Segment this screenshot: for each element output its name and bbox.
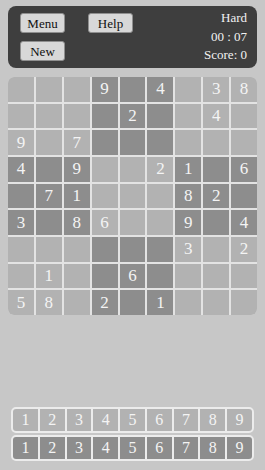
cell-r2c6[interactable] bbox=[147, 104, 173, 129]
cell-r2c5[interactable]: 2 bbox=[120, 104, 146, 129]
numpad-dark-key-6[interactable]: 6 bbox=[147, 437, 172, 459]
cell-r3c2[interactable] bbox=[36, 130, 62, 155]
cell-r9c8[interactable] bbox=[203, 290, 229, 315]
cell-r9c1[interactable]: 5 bbox=[8, 290, 34, 315]
cell-r9c4[interactable]: 2 bbox=[92, 290, 118, 315]
numpad-dark-key-4[interactable]: 4 bbox=[93, 437, 118, 459]
difficulty-label: Hard bbox=[221, 11, 247, 25]
numpad-light-key-3[interactable]: 3 bbox=[67, 409, 92, 431]
cell-r1c8[interactable]: 3 bbox=[203, 77, 229, 102]
cell-r3c4[interactable] bbox=[92, 130, 118, 155]
cell-r9c7[interactable] bbox=[175, 290, 201, 315]
numpad-light-key-4[interactable]: 4 bbox=[93, 409, 118, 431]
cell-r7c2[interactable] bbox=[36, 237, 62, 262]
cell-r6c2[interactable] bbox=[36, 210, 62, 235]
numpad-dark-key-9[interactable]: 9 bbox=[227, 437, 252, 459]
numpad-light-key-2[interactable]: 2 bbox=[40, 409, 65, 431]
sudoku-board: 943824974921671823869432165821 bbox=[8, 77, 257, 315]
new-button[interactable]: New bbox=[20, 41, 65, 61]
numpad-row-dark: 123456789 bbox=[11, 435, 254, 461]
cell-r9c2[interactable]: 8 bbox=[36, 290, 62, 315]
cell-r2c4[interactable] bbox=[92, 104, 118, 129]
cell-r7c7[interactable]: 3 bbox=[175, 237, 201, 262]
cell-r1c3[interactable] bbox=[64, 77, 90, 102]
cell-r4c7[interactable]: 1 bbox=[175, 157, 201, 182]
timer: 00 : 07 bbox=[211, 30, 247, 44]
cell-r9c9[interactable] bbox=[231, 290, 257, 315]
cell-r8c6[interactable] bbox=[147, 264, 173, 289]
cell-r4c3[interactable]: 9 bbox=[64, 157, 90, 182]
cell-r4c6[interactable]: 2 bbox=[147, 157, 173, 182]
help-button[interactable]: Help bbox=[88, 13, 133, 33]
cell-r3c5[interactable] bbox=[120, 130, 146, 155]
cell-r4c2[interactable] bbox=[36, 157, 62, 182]
cell-r5c2[interactable]: 7 bbox=[36, 184, 62, 209]
cell-r7c8[interactable] bbox=[203, 237, 229, 262]
cell-r3c9[interactable] bbox=[231, 130, 257, 155]
cell-r7c1[interactable] bbox=[8, 237, 34, 262]
numpad-light-key-9[interactable]: 9 bbox=[227, 409, 252, 431]
numpad-dark-key-2[interactable]: 2 bbox=[40, 437, 65, 459]
cell-r3c8[interactable] bbox=[203, 130, 229, 155]
cell-r2c9[interactable] bbox=[231, 104, 257, 129]
cell-r2c8[interactable]: 4 bbox=[203, 104, 229, 129]
cell-r7c4[interactable] bbox=[92, 237, 118, 262]
game-info: Hard 00 : 07 Score: 0 bbox=[204, 11, 247, 62]
cell-r1c6[interactable]: 4 bbox=[147, 77, 173, 102]
cell-r9c5[interactable] bbox=[120, 290, 146, 315]
cell-r4c9[interactable]: 6 bbox=[231, 157, 257, 182]
cell-r4c4[interactable] bbox=[92, 157, 118, 182]
numpad-light-key-6[interactable]: 6 bbox=[147, 409, 172, 431]
cell-r5c8[interactable]: 2 bbox=[203, 184, 229, 209]
cell-r3c6[interactable] bbox=[147, 130, 173, 155]
cell-r2c2[interactable] bbox=[36, 104, 62, 129]
cell-r7c6[interactable] bbox=[147, 237, 173, 262]
cell-r8c9[interactable] bbox=[231, 264, 257, 289]
cell-r3c7[interactable] bbox=[175, 130, 201, 155]
cell-r6c6[interactable] bbox=[147, 210, 173, 235]
cell-r4c1[interactable]: 4 bbox=[8, 157, 34, 182]
numpad-row-light: 123456789 bbox=[11, 407, 254, 433]
cell-r3c3[interactable]: 7 bbox=[64, 130, 90, 155]
cell-r4c8[interactable] bbox=[203, 157, 229, 182]
cell-r8c4[interactable] bbox=[92, 264, 118, 289]
numpad-dark-key-8[interactable]: 8 bbox=[200, 437, 225, 459]
top-bar: Menu Help New Hard 00 : 07 Score: 0 bbox=[8, 6, 257, 68]
cell-r8c2[interactable]: 1 bbox=[36, 264, 62, 289]
cell-r1c5[interactable] bbox=[120, 77, 146, 102]
cell-r1c1[interactable] bbox=[8, 77, 34, 102]
cell-r7c3[interactable] bbox=[64, 237, 90, 262]
cell-r1c2[interactable] bbox=[36, 77, 62, 102]
numpad-dark-key-5[interactable]: 5 bbox=[120, 437, 145, 459]
cell-r2c7[interactable] bbox=[175, 104, 201, 129]
numpad-dark-key-7[interactable]: 7 bbox=[174, 437, 199, 459]
cell-r9c3[interactable] bbox=[64, 290, 90, 315]
cell-r5c4[interactable] bbox=[92, 184, 118, 209]
cell-r8c1[interactable] bbox=[8, 264, 34, 289]
cell-r9c6[interactable]: 1 bbox=[147, 290, 173, 315]
cell-r5c5[interactable] bbox=[120, 184, 146, 209]
cell-r8c5[interactable]: 6 bbox=[120, 264, 146, 289]
numpad-light-key-8[interactable]: 8 bbox=[200, 409, 225, 431]
cell-r1c4[interactable]: 9 bbox=[92, 77, 118, 102]
menu-button[interactable]: Menu bbox=[20, 13, 65, 33]
cell-r5c9[interactable] bbox=[231, 184, 257, 209]
score-label: Score: 0 bbox=[204, 48, 247, 62]
numpad-light-key-5[interactable]: 5 bbox=[120, 409, 145, 431]
cell-r6c5[interactable] bbox=[120, 210, 146, 235]
cell-r5c3[interactable]: 1 bbox=[64, 184, 90, 209]
cell-r7c9[interactable]: 2 bbox=[231, 237, 257, 262]
cell-r6c9[interactable]: 4 bbox=[231, 210, 257, 235]
cell-r4c5[interactable] bbox=[120, 157, 146, 182]
cell-r2c1[interactable] bbox=[8, 104, 34, 129]
numpad-light-key-1[interactable]: 1 bbox=[13, 409, 38, 431]
cell-r5c1[interactable] bbox=[8, 184, 34, 209]
cell-r6c8[interactable] bbox=[203, 210, 229, 235]
cell-r8c7[interactable] bbox=[175, 264, 201, 289]
cell-r2c3[interactable] bbox=[64, 104, 90, 129]
cell-r6c1[interactable]: 3 bbox=[8, 210, 34, 235]
numpad-dark-key-1[interactable]: 1 bbox=[13, 437, 38, 459]
cell-r3c1[interactable]: 9 bbox=[8, 130, 34, 155]
numpad-light-key-7[interactable]: 7 bbox=[174, 409, 199, 431]
cell-r5c6[interactable] bbox=[147, 184, 173, 209]
cell-r1c7[interactable] bbox=[175, 77, 201, 102]
cell-r6c7[interactable]: 9 bbox=[175, 210, 201, 235]
cell-r6c4[interactable]: 6 bbox=[92, 210, 118, 235]
cell-r7c5[interactable] bbox=[120, 237, 146, 262]
cell-r8c8[interactable] bbox=[203, 264, 229, 289]
numpad-dark-key-3[interactable]: 3 bbox=[67, 437, 92, 459]
cell-r5c7[interactable]: 8 bbox=[175, 184, 201, 209]
cell-r8c3[interactable] bbox=[64, 264, 90, 289]
cell-r6c3[interactable]: 8 bbox=[64, 210, 90, 235]
cell-r1c9[interactable]: 8 bbox=[231, 77, 257, 102]
